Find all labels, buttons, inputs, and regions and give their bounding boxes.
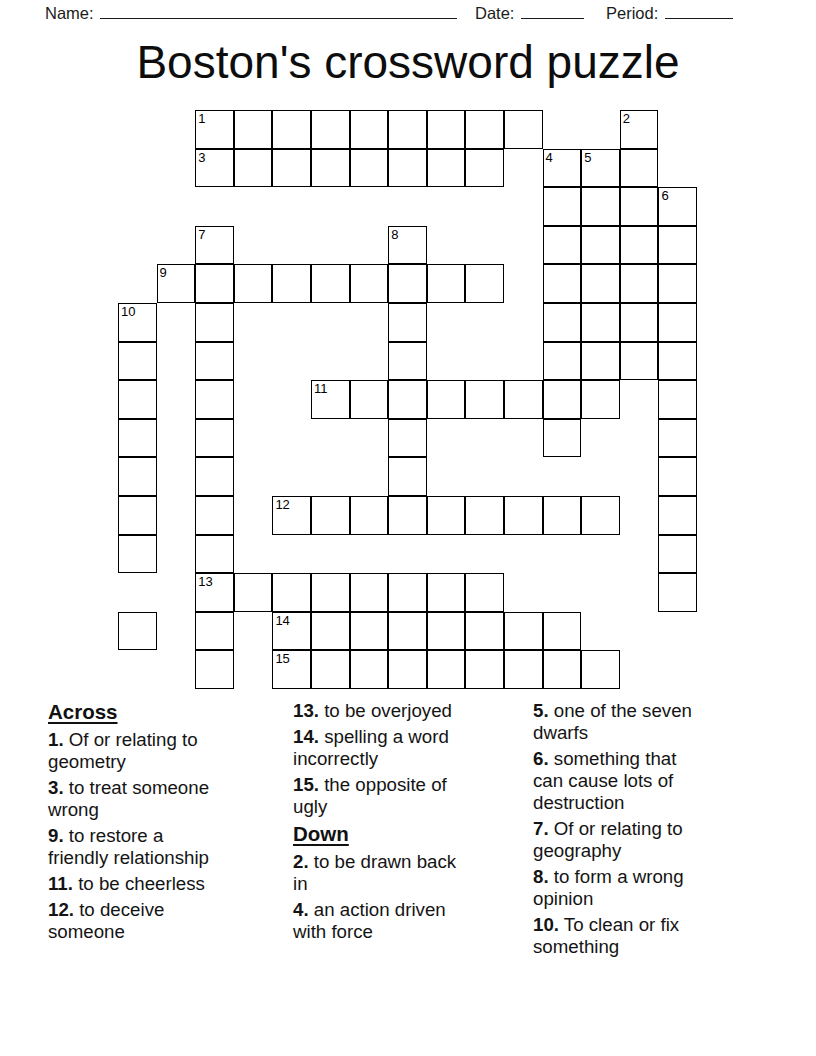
grid-cell-r4c2[interactable] [195,264,234,303]
grid-cell-r12c7[interactable] [388,573,427,612]
crossword-grid: 123456789101112131415 [118,110,698,690]
grid-cell-r10c7[interactable] [388,496,427,535]
date-line[interactable] [521,2,584,19]
grid-cell-r13c7[interactable] [388,612,427,651]
grid-cell-r0c7[interactable] [388,110,427,149]
clue-down-8: 8. to form a wrong opinion [533,866,707,910]
grid-cell-r1c3[interactable] [234,149,273,188]
grid-cell-r5c12[interactable] [581,303,620,342]
grid-cell-r14c11[interactable] [543,650,582,689]
grid-cell-r9c14[interactable] [658,457,697,496]
grid-cell-r13c8[interactable] [427,612,466,651]
grid-cell-r13c4[interactable]: 14 [272,612,311,651]
grid-cell-r6c12[interactable] [581,342,620,381]
grid-cell-r5c13[interactable] [620,303,659,342]
grid-cell-r7c14[interactable] [658,380,697,419]
grid-cell-r11c14[interactable] [658,535,697,574]
grid-cell-r0c10[interactable] [504,110,543,149]
grid-cell-r14c10[interactable] [504,650,543,689]
grid-cell-r1c4[interactable] [272,149,311,188]
grid-cell-r7c10[interactable] [504,380,543,419]
period-line[interactable] [665,2,733,19]
puzzle-title: Boston's crossword puzzle [0,36,816,88]
clue-across-14: 14. spelling a word incorrectly [293,726,469,770]
grid-cell-r14c8[interactable] [427,650,466,689]
grid-cell-r7c6[interactable] [350,380,389,419]
clue-down-4: 4. an action driven with force [293,899,469,943]
grid-cell-r13c9[interactable] [465,612,504,651]
cell-number: 4 [546,150,553,165]
grid-cell-r12c14[interactable] [658,573,697,612]
clue-down-10: 10. To clean or fix something [533,914,707,958]
cell-number: 12 [275,497,289,512]
grid-cell-r6c13[interactable] [620,342,659,381]
grid-cell-r2c13[interactable] [620,187,659,226]
grid-cell-r1c11[interactable]: 4 [543,149,582,188]
grid-cell-r6c0[interactable] [118,342,157,381]
grid-cell-r6c11[interactable] [543,342,582,381]
grid-cell-r12c5[interactable] [311,573,350,612]
grid-cell-r12c9[interactable] [465,573,504,612]
cell-number: 11 [314,381,328,396]
grid-cell-r14c4[interactable]: 15 [272,650,311,689]
grid-cell-r12c3[interactable] [234,573,273,612]
grid-cell-r3c13[interactable] [620,226,659,265]
grid-cell-r5c0[interactable]: 10 [118,303,157,342]
cell-number: 1 [198,111,205,126]
grid-cell-r13c10[interactable] [504,612,543,651]
grid-cell-r0c9[interactable] [465,110,504,149]
grid-cell-r2c11[interactable] [543,187,582,226]
grid-cell-r13c5[interactable] [311,612,350,651]
worksheet-page: Name: Date: Period: Boston's crossword p… [0,0,816,1056]
grid-cell-r4c1[interactable]: 9 [157,264,196,303]
cell-number: 8 [391,227,398,242]
cell-number: 9 [160,265,167,280]
grid-cell-r1c7[interactable] [388,149,427,188]
clue-across-15: 15. the opposite of ugly [293,774,469,818]
cell-number: 6 [661,188,668,203]
grid-cell-r7c5[interactable]: 11 [311,380,350,419]
grid-cell-r6c7[interactable] [388,342,427,381]
grid-cell-r10c14[interactable] [658,496,697,535]
grid-cell-r10c8[interactable] [427,496,466,535]
grid-cell-r7c12[interactable] [581,380,620,419]
grid-cell-r5c2[interactable] [195,303,234,342]
clue-across-13: 13. to be overjoyed [293,700,469,722]
grid-cell-r9c0[interactable] [118,457,157,496]
grid-cell-r3c14[interactable] [658,226,697,265]
grid-cell-r4c6[interactable] [350,264,389,303]
grid-cell-r12c4[interactable] [272,573,311,612]
grid-cell-r14c5[interactable] [311,650,350,689]
grid-cell-r3c2[interactable]: 7 [195,226,234,265]
grid-cell-r10c5[interactable] [311,496,350,535]
cell-number: 13 [198,574,212,589]
grid-cell-r7c8[interactable] [427,380,466,419]
clue-across-12: 12. to deceive someone [48,899,224,943]
clue-across-11: 11. to be cheerless [48,873,224,895]
grid-cell-r13c2[interactable] [195,612,234,651]
grid-cell-r6c14[interactable] [658,342,697,381]
clue-across-1: 1. Of or relating to geometry [48,729,224,773]
grid-cell-r3c7[interactable]: 8 [388,226,427,265]
grid-cell-r14c9[interactable] [465,650,504,689]
cell-number: 14 [275,613,289,628]
grid-cell-r11c2[interactable] [195,535,234,574]
grid-cell-r13c0[interactable] [118,612,157,651]
clue-column-2: 13. to be overjoyed14. spelling a word i… [293,700,469,947]
clue-down-6: 6. something that can cause lots of dest… [533,748,707,814]
grid-cell-r10c9[interactable] [465,496,504,535]
grid-cell-r4c14[interactable] [658,264,697,303]
grid-cell-r0c5[interactable] [311,110,350,149]
grid-cell-r9c7[interactable] [388,457,427,496]
grid-cell-r0c3[interactable] [234,110,273,149]
grid-cell-r0c6[interactable] [350,110,389,149]
grid-cell-r1c12[interactable]: 5 [581,149,620,188]
clue-across-9: 9. to restore a friendly relationship [48,825,224,869]
grid-cell-r14c12[interactable] [581,650,620,689]
grid-cell-r0c8[interactable] [427,110,466,149]
grid-cell-r6c2[interactable] [195,342,234,381]
grid-cell-r5c11[interactable] [543,303,582,342]
grid-cell-r5c14[interactable] [658,303,697,342]
grid-cell-r1c6[interactable] [350,149,389,188]
grid-cell-r1c9[interactable] [465,149,504,188]
grid-cell-r0c13[interactable]: 2 [620,110,659,149]
grid-cell-r1c13[interactable] [620,149,659,188]
grid-cell-r4c13[interactable] [620,264,659,303]
grid-cell-r13c11[interactable] [543,612,582,651]
date-label: Date: [475,3,514,23]
grid-cell-r4c9[interactable] [465,264,504,303]
cell-number: 7 [198,227,205,242]
down-header: Down [293,822,469,846]
grid-cell-r12c8[interactable] [427,573,466,612]
grid-cell-r8c0[interactable] [118,419,157,458]
grid-cell-r8c14[interactable] [658,419,697,458]
grid-cell-r8c11[interactable] [543,419,582,458]
grid-cell-r7c11[interactable] [543,380,582,419]
grid-cell-r4c5[interactable] [311,264,350,303]
grid-cell-r5c7[interactable] [388,303,427,342]
grid-cell-r4c4[interactable] [272,264,311,303]
grid-cell-r4c12[interactable] [581,264,620,303]
grid-cell-r3c12[interactable] [581,226,620,265]
grid-cell-r7c7[interactable] [388,380,427,419]
cell-number: 5 [584,150,591,165]
grid-cell-r7c0[interactable] [118,380,157,419]
clue-across-3: 3. to treat someone wrong [48,777,224,821]
grid-cell-r0c4[interactable] [272,110,311,149]
grid-cell-r7c9[interactable] [465,380,504,419]
grid-cell-r13c6[interactable] [350,612,389,651]
name-line[interactable] [100,2,457,19]
grid-cell-r10c10[interactable] [504,496,543,535]
grid-cell-r12c6[interactable] [350,573,389,612]
cell-number: 2 [623,111,630,126]
grid-cell-r12c2[interactable]: 13 [195,573,234,612]
clue-down-2: 2. to be drawn back in [293,851,469,895]
grid-cell-r4c7[interactable] [388,264,427,303]
clue-down-7: 7. Of or relating to geography [533,818,707,862]
grid-cell-r10c0[interactable] [118,496,157,535]
grid-cell-r10c2[interactable] [195,496,234,535]
grid-cell-r2c14[interactable]: 6 [658,187,697,226]
name-label: Name: [45,3,94,23]
period-label: Period: [606,3,658,23]
grid-cell-r10c4[interactable]: 12 [272,496,311,535]
grid-cell-r4c3[interactable] [234,264,273,303]
grid-cell-r14c2[interactable] [195,650,234,689]
grid-cell-r9c2[interactable] [195,457,234,496]
grid-cell-r1c2[interactable]: 3 [195,149,234,188]
across-header: Across [48,700,224,724]
grid-cell-r8c2[interactable] [195,419,234,458]
grid-cell-r10c11[interactable] [543,496,582,535]
grid-cell-r1c5[interactable] [311,149,350,188]
grid-cell-r11c0[interactable] [118,535,157,574]
grid-cell-r4c11[interactable] [543,264,582,303]
grid-cell-r1c8[interactable] [427,149,466,188]
grid-cell-r2c12[interactable] [581,187,620,226]
grid-cell-r14c7[interactable] [388,650,427,689]
cell-number: 10 [121,304,135,319]
clue-down-5: 5. one of the seven dwarfs [533,700,707,744]
cell-number: 15 [275,651,289,666]
grid-cell-r4c8[interactable] [427,264,466,303]
grid-cell-r3c11[interactable] [543,226,582,265]
clue-column-1: Across1. Of or relating to geometry3. to… [48,700,224,947]
grid-cell-r10c12[interactable] [581,496,620,535]
grid-cell-r0c2[interactable]: 1 [195,110,234,149]
clue-column-3: 5. one of the seven dwarfs6. something t… [533,700,707,962]
cell-number: 3 [198,150,205,165]
grid-cell-r8c7[interactable] [388,419,427,458]
grid-cell-r7c2[interactable] [195,380,234,419]
grid-cell-r14c6[interactable] [350,650,389,689]
grid-cell-r10c6[interactable] [350,496,389,535]
